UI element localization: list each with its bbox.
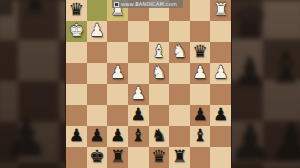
square-g1[interactable]: [87, 0, 108, 21]
square-g7[interactable]: ♟: [87, 126, 108, 147]
square-d3[interactable]: ♝: [149, 42, 170, 63]
black-queen[interactable]: ♛: [69, 1, 84, 18]
white-pawn[interactable]: ♟: [110, 64, 125, 81]
square-c7[interactable]: [169, 126, 190, 147]
black-bishop[interactable]: ♝: [192, 127, 207, 144]
white-knight[interactable]: ♞: [151, 64, 166, 81]
black-pawn[interactable]: ♟: [89, 127, 104, 144]
queen-silhouette-icon: ♛: [0, 0, 21, 22]
square-g6[interactable]: [87, 105, 108, 126]
square-e5[interactable]: ♟: [128, 84, 149, 105]
square-a8[interactable]: [210, 147, 231, 168]
square-b4[interactable]: ♟: [190, 63, 211, 84]
pawn-silhouette-icon: ♟: [232, 52, 268, 92]
square-h2[interactable]: ♚: [66, 21, 87, 42]
square-d6[interactable]: [149, 105, 170, 126]
black-pawn[interactable]: ♟: [110, 127, 125, 144]
square-d4[interactable]: ♞: [149, 63, 170, 84]
square-a7[interactable]: [210, 126, 231, 147]
black-knight[interactable]: ♞: [151, 127, 166, 144]
square-e3[interactable]: [128, 42, 149, 63]
square-f8[interactable]: ♜: [107, 147, 128, 168]
blurred-background-right: ♛♟♝♟♟: [228, 0, 300, 168]
white-pawn[interactable]: ♟: [89, 22, 104, 39]
square-f3[interactable]: [107, 42, 128, 63]
white-bishop[interactable]: ♝: [151, 43, 166, 60]
square-c2[interactable]: [169, 21, 190, 42]
black-rook[interactable]: ♜: [172, 148, 187, 165]
square-b7[interactable]: ♝: [190, 126, 211, 147]
square-f5[interactable]: [107, 84, 128, 105]
square-d5[interactable]: [149, 84, 170, 105]
black-pawn[interactable]: ♟: [213, 106, 228, 123]
queen-silhouette-icon: ♛: [230, 2, 269, 46]
square-h4[interactable]: [66, 63, 87, 84]
white-rook[interactable]: ♜: [213, 1, 228, 18]
white-pawn[interactable]: ♟: [192, 64, 207, 81]
square-c6[interactable]: [169, 105, 190, 126]
white-pawn[interactable]: ♟: [131, 85, 146, 102]
square-e8[interactable]: [128, 147, 149, 168]
bishop-silhouette-icon: ♝: [266, 46, 300, 90]
square-h8[interactable]: [66, 147, 87, 168]
square-b8[interactable]: [190, 147, 211, 168]
square-a3[interactable]: [210, 42, 231, 63]
blurred-background-left: ♛♜♟: [0, 0, 69, 168]
square-b1[interactable]: [190, 0, 211, 21]
square-f7[interactable]: ♟: [107, 126, 128, 147]
square-g4[interactable]: [87, 63, 108, 84]
square-h1[interactable]: ♛: [66, 0, 87, 21]
square-h6[interactable]: [66, 105, 87, 126]
square-g8[interactable]: ♚: [87, 147, 108, 168]
square-g2[interactable]: ♟: [87, 21, 108, 42]
black-pawn[interactable]: ♟: [69, 127, 84, 144]
square-h3[interactable]: [66, 42, 87, 63]
square-e4[interactable]: [128, 63, 149, 84]
pawn-silhouette-icon: ♟: [228, 118, 273, 168]
white-king[interactable]: ♚: [69, 22, 84, 39]
video-frame: ♛♜♟ ♛♟♝♟♟ ♛♜♜♚♟♝♞♛♟♞♟♟♟♟♟♟♟♟♟♝♞♝♚♜♛♜ www…: [0, 0, 300, 168]
black-queen[interactable]: ♛: [192, 43, 207, 60]
bandicam-watermark: www.BANDICAM.com: [112, 0, 183, 8]
square-h5[interactable]: [66, 84, 87, 105]
square-e2[interactable]: [128, 21, 149, 42]
white-pawn[interactable]: ♟: [213, 64, 228, 81]
square-f6[interactable]: [107, 105, 128, 126]
square-e6[interactable]: ♟: [128, 105, 149, 126]
white-knight[interactable]: ♞: [172, 43, 187, 60]
square-e7[interactable]: ♝: [128, 126, 149, 147]
black-rook[interactable]: ♜: [110, 148, 125, 165]
square-c3[interactable]: ♞: [169, 42, 190, 63]
square-a5[interactable]: [210, 84, 231, 105]
square-c8[interactable]: ♜: [169, 147, 190, 168]
pawn-silhouette-icon: ♟: [268, 116, 300, 168]
camera-icon: [114, 2, 119, 7]
chess-board[interactable]: ♛♜♜♚♟♝♞♛♟♞♟♟♟♟♟♟♟♟♟♝♞♝♚♜♛♜: [65, 0, 232, 168]
pawn-silhouette-icon: ♟: [3, 112, 50, 164]
square-g5[interactable]: [87, 84, 108, 105]
watermark-text: www.BANDICAM.com: [121, 1, 177, 7]
square-h7[interactable]: ♟: [66, 126, 87, 147]
black-pawn[interactable]: ♟: [131, 106, 146, 123]
black-pawn[interactable]: ♟: [192, 106, 207, 123]
black-king[interactable]: ♚: [89, 148, 104, 165]
black-bishop[interactable]: ♝: [131, 127, 146, 144]
square-b5[interactable]: [190, 84, 211, 105]
square-b2[interactable]: [190, 21, 211, 42]
square-b3[interactable]: ♛: [190, 42, 211, 63]
square-d2[interactable]: [149, 21, 170, 42]
square-a6[interactable]: ♟: [210, 105, 231, 126]
square-a2[interactable]: [210, 21, 231, 42]
square-d8[interactable]: ♛: [149, 147, 170, 168]
square-a4[interactable]: ♟: [210, 63, 231, 84]
rook-silhouette-icon: ♜: [21, 0, 50, 20]
square-a1[interactable]: ♜: [210, 0, 231, 21]
square-f2[interactable]: [107, 21, 128, 42]
square-c5[interactable]: [169, 84, 190, 105]
square-f4[interactable]: ♟: [107, 63, 128, 84]
square-b6[interactable]: ♟: [190, 105, 211, 126]
square-c4[interactable]: [169, 63, 190, 84]
square-d7[interactable]: ♞: [149, 126, 170, 147]
square-g3[interactable]: [87, 42, 108, 63]
black-queen[interactable]: ♛: [151, 148, 166, 165]
